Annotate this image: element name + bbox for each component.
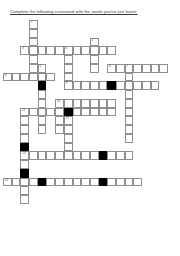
grid-empty-space bbox=[90, 134, 99, 143]
grid-empty-space bbox=[125, 160, 134, 169]
grid-empty-space bbox=[55, 134, 64, 143]
grid-empty-space bbox=[99, 20, 108, 29]
grid-empty-space bbox=[46, 125, 55, 134]
grid-empty-space bbox=[38, 55, 47, 64]
grid-empty-space bbox=[142, 186, 151, 195]
grid-empty-space bbox=[38, 186, 47, 195]
grid-empty-space bbox=[81, 143, 90, 152]
crossword-cell[interactable] bbox=[125, 134, 134, 143]
crossword-cell[interactable]: 11 bbox=[20, 108, 29, 117]
grid-empty-space bbox=[107, 38, 116, 47]
grid-empty-space bbox=[73, 134, 82, 143]
grid-empty-space bbox=[90, 29, 99, 38]
grid-empty-space bbox=[46, 20, 55, 29]
grid-empty-space bbox=[151, 160, 160, 169]
crossword-cell[interactable]: 13 bbox=[20, 151, 29, 160]
grid-empty-space bbox=[159, 108, 168, 117]
crossword-cell[interactable] bbox=[116, 151, 125, 160]
grid-empty-space bbox=[116, 90, 125, 99]
grid-empty-space bbox=[125, 186, 134, 195]
crossword-cell[interactable] bbox=[125, 73, 134, 82]
clue-number: 8 bbox=[5, 74, 7, 77]
crossword-cell[interactable] bbox=[107, 178, 116, 187]
crossword-cell[interactable] bbox=[64, 143, 73, 152]
grid-empty-space bbox=[73, 143, 82, 152]
crossword-cell[interactable] bbox=[125, 125, 134, 134]
crossword-cell[interactable] bbox=[125, 108, 134, 117]
grid-empty-space bbox=[107, 169, 116, 178]
crossword-cell[interactable] bbox=[159, 64, 168, 73]
crossword-cell[interactable] bbox=[125, 116, 134, 125]
grid-empty-space bbox=[46, 29, 55, 38]
crossword-cell[interactable] bbox=[81, 178, 90, 187]
grid-empty-space bbox=[142, 195, 151, 204]
grid-empty-space bbox=[133, 143, 142, 152]
grid-empty-space bbox=[3, 125, 12, 134]
crossword-cell[interactable] bbox=[29, 29, 38, 38]
crossword-cell[interactable] bbox=[20, 116, 29, 125]
crossword-cell[interactable] bbox=[46, 151, 55, 160]
grid-empty-space bbox=[29, 195, 38, 204]
crossword-cell[interactable] bbox=[90, 55, 99, 64]
grid-empty-space bbox=[29, 160, 38, 169]
grid-empty-space bbox=[46, 116, 55, 125]
crossword-cell[interactable] bbox=[29, 151, 38, 160]
crossword-cell[interactable] bbox=[64, 73, 73, 82]
grid-empty-space bbox=[107, 20, 116, 29]
crossword-black-cell bbox=[38, 81, 47, 90]
grid-empty-space bbox=[107, 143, 116, 152]
grid-empty-space bbox=[151, 38, 160, 47]
crossword-cell[interactable] bbox=[73, 151, 82, 160]
grid-empty-space bbox=[64, 160, 73, 169]
grid-empty-space bbox=[46, 169, 55, 178]
worksheet-instruction: Complete the following crossword with th… bbox=[10, 10, 134, 15]
grid-empty-space bbox=[159, 160, 168, 169]
grid-empty-space bbox=[64, 20, 73, 29]
grid-empty-space bbox=[116, 134, 125, 143]
grid-empty-space bbox=[3, 38, 12, 47]
grid-empty-space bbox=[107, 55, 116, 64]
grid-empty-space bbox=[81, 55, 90, 64]
crossword-cell[interactable]: 5 bbox=[38, 64, 47, 73]
crossword-cell[interactable] bbox=[125, 178, 134, 187]
grid-empty-space bbox=[20, 55, 29, 64]
grid-empty-space bbox=[133, 186, 142, 195]
crossword-cell[interactable] bbox=[64, 134, 73, 143]
crossword-cell[interactable] bbox=[55, 125, 64, 134]
crossword-cell[interactable] bbox=[99, 108, 108, 117]
crossword-cell[interactable] bbox=[99, 46, 108, 55]
grid-empty-space bbox=[55, 186, 64, 195]
crossword-cell[interactable] bbox=[107, 151, 116, 160]
crossword-cell[interactable]: 8 bbox=[3, 73, 12, 82]
grid-empty-space bbox=[12, 186, 21, 195]
grid-empty-space bbox=[90, 90, 99, 99]
grid-empty-space bbox=[12, 108, 21, 117]
grid-empty-space bbox=[133, 151, 142, 160]
grid-empty-space bbox=[64, 90, 73, 99]
grid-empty-space bbox=[116, 29, 125, 38]
grid-empty-space bbox=[29, 116, 38, 125]
grid-empty-space bbox=[159, 38, 168, 47]
grid-empty-space bbox=[38, 195, 47, 204]
grid-empty-space bbox=[151, 116, 160, 125]
grid-empty-space bbox=[29, 90, 38, 99]
grid-empty-space bbox=[73, 90, 82, 99]
crossword-cell[interactable] bbox=[64, 178, 73, 187]
grid-empty-space bbox=[142, 116, 151, 125]
crossword-black-cell bbox=[20, 143, 29, 152]
grid-empty-space bbox=[116, 116, 125, 125]
grid-empty-space bbox=[29, 186, 38, 195]
grid-empty-space bbox=[151, 55, 160, 64]
grid-empty-space bbox=[3, 90, 12, 99]
crossword-cell[interactable] bbox=[46, 108, 55, 117]
crossword-cell[interactable] bbox=[151, 64, 160, 73]
grid-empty-space bbox=[46, 195, 55, 204]
grid-empty-space bbox=[12, 90, 21, 99]
grid-empty-space bbox=[116, 108, 125, 117]
crossword-cell[interactable] bbox=[133, 81, 142, 90]
grid-empty-space bbox=[116, 73, 125, 82]
crossword-cell[interactable]: 7 bbox=[125, 64, 134, 73]
crossword-cell[interactable] bbox=[55, 178, 64, 187]
crossword-cell[interactable]: 6 bbox=[107, 64, 116, 73]
crossword-cell[interactable] bbox=[116, 178, 125, 187]
grid-empty-space bbox=[151, 73, 160, 82]
grid-empty-space bbox=[90, 116, 99, 125]
grid-empty-space bbox=[107, 73, 116, 82]
grid-empty-space bbox=[99, 55, 108, 64]
crossword-cell[interactable] bbox=[151, 81, 160, 90]
grid-empty-space bbox=[46, 90, 55, 99]
crossword-cell[interactable] bbox=[73, 178, 82, 187]
grid-empty-space bbox=[151, 99, 160, 108]
grid-empty-space bbox=[46, 160, 55, 169]
crossword-cell[interactable] bbox=[38, 99, 47, 108]
grid-empty-space bbox=[81, 20, 90, 29]
grid-empty-space bbox=[159, 99, 168, 108]
crossword-cell[interactable] bbox=[107, 108, 116, 117]
grid-empty-space bbox=[90, 73, 99, 82]
crossword-cell[interactable]: 3 bbox=[20, 46, 29, 55]
crossword-cell[interactable] bbox=[20, 134, 29, 143]
grid-empty-space bbox=[3, 64, 12, 73]
crossword-cell[interactable] bbox=[142, 64, 151, 73]
crossword-black-cell bbox=[64, 108, 73, 117]
grid-empty-space bbox=[46, 38, 55, 47]
crossword-cell[interactable] bbox=[20, 178, 29, 187]
crossword-black-cell bbox=[99, 151, 108, 160]
clue-number: 7 bbox=[126, 65, 128, 68]
grid-empty-space bbox=[142, 99, 151, 108]
grid-empty-space bbox=[29, 169, 38, 178]
grid-empty-space bbox=[12, 143, 21, 152]
grid-empty-space bbox=[107, 116, 116, 125]
crossword-cell[interactable] bbox=[90, 81, 99, 90]
crossword-cell[interactable] bbox=[90, 64, 99, 73]
grid-empty-space bbox=[12, 169, 21, 178]
crossword-cell[interactable] bbox=[38, 46, 47, 55]
grid-empty-space bbox=[12, 55, 21, 64]
grid-empty-space bbox=[159, 46, 168, 55]
grid-empty-space bbox=[81, 195, 90, 204]
grid-empty-space bbox=[12, 29, 21, 38]
crossword-cell[interactable] bbox=[99, 81, 108, 90]
crossword-cell[interactable] bbox=[81, 99, 90, 108]
grid-empty-space bbox=[151, 151, 160, 160]
crossword-cell[interactable] bbox=[38, 73, 47, 82]
grid-empty-space bbox=[159, 178, 168, 187]
crossword-cell[interactable] bbox=[73, 81, 82, 90]
crossword-cell[interactable] bbox=[64, 125, 73, 134]
grid-empty-space bbox=[90, 160, 99, 169]
grid-empty-space bbox=[38, 134, 47, 143]
grid-empty-space bbox=[55, 20, 64, 29]
crossword-cell[interactable]: 10 bbox=[55, 99, 64, 108]
grid-empty-space bbox=[3, 169, 12, 178]
crossword-cell[interactable] bbox=[29, 108, 38, 117]
clue-number: 13 bbox=[22, 152, 25, 155]
crossword-cell[interactable] bbox=[107, 99, 116, 108]
crossword-cell[interactable] bbox=[81, 81, 90, 90]
grid-empty-space bbox=[159, 116, 168, 125]
crossword-cell[interactable] bbox=[125, 81, 134, 90]
crossword-cell[interactable] bbox=[64, 151, 73, 160]
crossword-cell[interactable] bbox=[29, 46, 38, 55]
grid-empty-space bbox=[151, 20, 160, 29]
crossword-cell[interactable] bbox=[20, 73, 29, 82]
grid-empty-space bbox=[38, 38, 47, 47]
crossword-cell[interactable] bbox=[81, 108, 90, 117]
crossword-cell[interactable] bbox=[46, 46, 55, 55]
grid-empty-space bbox=[55, 55, 64, 64]
grid-empty-space bbox=[12, 20, 21, 29]
grid-empty-space bbox=[99, 29, 108, 38]
crossword-cell[interactable]: 1 bbox=[29, 20, 38, 29]
grid-empty-space bbox=[90, 143, 99, 152]
crossword-cell[interactable]: 2 bbox=[90, 38, 99, 47]
grid-empty-space bbox=[159, 29, 168, 38]
crossword-cell[interactable] bbox=[55, 46, 64, 55]
crossword-cell[interactable] bbox=[90, 99, 99, 108]
clue-number: 3 bbox=[22, 47, 24, 50]
grid-empty-space bbox=[3, 160, 12, 169]
grid-empty-space bbox=[99, 125, 108, 134]
grid-empty-space bbox=[38, 169, 47, 178]
grid-empty-space bbox=[73, 64, 82, 73]
grid-empty-space bbox=[107, 125, 116, 134]
grid-empty-space bbox=[55, 73, 64, 82]
crossword-cell[interactable] bbox=[46, 178, 55, 187]
grid-empty-space bbox=[38, 29, 47, 38]
crossword-cell[interactable] bbox=[20, 160, 29, 169]
grid-empty-space bbox=[81, 160, 90, 169]
grid-empty-space bbox=[151, 46, 160, 55]
grid-empty-space bbox=[151, 125, 160, 134]
grid-empty-space bbox=[73, 20, 82, 29]
grid-empty-space bbox=[159, 169, 168, 178]
grid-empty-space bbox=[46, 99, 55, 108]
crossword-cell[interactable] bbox=[116, 81, 125, 90]
crossword-cell[interactable]: 4 bbox=[64, 46, 73, 55]
crossword-cell[interactable] bbox=[90, 151, 99, 160]
grid-empty-space bbox=[90, 20, 99, 29]
crossword-cell[interactable] bbox=[29, 64, 38, 73]
grid-empty-space bbox=[142, 151, 151, 160]
crossword-cell[interactable] bbox=[29, 73, 38, 82]
grid-empty-space bbox=[133, 125, 142, 134]
crossword-cell[interactable] bbox=[64, 99, 73, 108]
grid-empty-space bbox=[142, 20, 151, 29]
grid-empty-space bbox=[125, 169, 134, 178]
grid-empty-space bbox=[38, 143, 47, 152]
crossword-cell[interactable] bbox=[107, 46, 116, 55]
crossword-cell[interactable] bbox=[29, 178, 38, 187]
grid-empty-space bbox=[55, 81, 64, 90]
crossword-cell[interactable] bbox=[12, 178, 21, 187]
grid-empty-space bbox=[133, 46, 142, 55]
grid-empty-space bbox=[125, 29, 134, 38]
grid-empty-space bbox=[99, 169, 108, 178]
crossword-cell[interactable] bbox=[64, 64, 73, 73]
crossword-cell[interactable] bbox=[125, 90, 134, 99]
grid-empty-space bbox=[46, 143, 55, 152]
crossword-cell[interactable] bbox=[90, 46, 99, 55]
grid-empty-space bbox=[159, 55, 168, 64]
crossword-cell[interactable]: 9 bbox=[64, 81, 73, 90]
grid-empty-space bbox=[55, 160, 64, 169]
grid-empty-space bbox=[142, 90, 151, 99]
grid-empty-space bbox=[3, 81, 12, 90]
crossword-black-cell bbox=[20, 169, 29, 178]
grid-empty-space bbox=[12, 46, 21, 55]
crossword-cell[interactable] bbox=[73, 108, 82, 117]
crossword-cell[interactable] bbox=[38, 116, 47, 125]
grid-empty-space bbox=[12, 134, 21, 143]
grid-empty-space bbox=[12, 195, 21, 204]
grid-empty-space bbox=[81, 125, 90, 134]
grid-empty-space bbox=[133, 99, 142, 108]
crossword-cell[interactable] bbox=[90, 108, 99, 117]
grid-empty-space bbox=[64, 38, 73, 47]
grid-empty-space bbox=[29, 81, 38, 90]
grid-empty-space bbox=[3, 134, 12, 143]
crossword-cell[interactable] bbox=[12, 73, 21, 82]
grid-empty-space bbox=[99, 38, 108, 47]
crossword-cell[interactable] bbox=[29, 38, 38, 47]
clue-number: 9 bbox=[66, 82, 68, 85]
grid-empty-space bbox=[116, 20, 125, 29]
crossword-grid: 1234567891011121314 bbox=[3, 20, 168, 204]
grid-empty-space bbox=[12, 125, 21, 134]
grid-empty-space bbox=[107, 195, 116, 204]
grid-empty-space bbox=[73, 38, 82, 47]
crossword-cell[interactable] bbox=[73, 99, 82, 108]
crossword-cell[interactable] bbox=[55, 116, 64, 125]
crossword-cell[interactable] bbox=[133, 64, 142, 73]
grid-empty-space bbox=[73, 160, 82, 169]
grid-empty-space bbox=[3, 55, 12, 64]
grid-empty-space bbox=[151, 195, 160, 204]
crossword-cell[interactable] bbox=[125, 99, 134, 108]
crossword-cell[interactable] bbox=[116, 64, 125, 73]
grid-empty-space bbox=[99, 116, 108, 125]
crossword-cell[interactable] bbox=[55, 151, 64, 160]
grid-empty-space bbox=[81, 64, 90, 73]
grid-empty-space bbox=[12, 64, 21, 73]
grid-empty-space bbox=[142, 143, 151, 152]
grid-empty-space bbox=[151, 186, 160, 195]
grid-empty-space bbox=[116, 38, 125, 47]
crossword-cell[interactable] bbox=[20, 186, 29, 195]
crossword-cell[interactable] bbox=[81, 151, 90, 160]
crossword-cell[interactable] bbox=[64, 55, 73, 64]
crossword-cell[interactable] bbox=[90, 178, 99, 187]
grid-empty-space bbox=[73, 195, 82, 204]
crossword-cell[interactable] bbox=[125, 151, 134, 160]
grid-empty-space bbox=[142, 160, 151, 169]
grid-empty-space bbox=[12, 160, 21, 169]
clue-number: 11 bbox=[22, 109, 25, 112]
grid-empty-space bbox=[125, 46, 134, 55]
grid-empty-space bbox=[107, 29, 116, 38]
grid-empty-space bbox=[133, 169, 142, 178]
grid-empty-space bbox=[151, 29, 160, 38]
grid-empty-space bbox=[142, 169, 151, 178]
grid-empty-space bbox=[133, 90, 142, 99]
crossword-cell[interactable] bbox=[20, 125, 29, 134]
crossword-cell[interactable]: 12 bbox=[64, 116, 73, 125]
crossword-cell[interactable] bbox=[38, 125, 47, 134]
crossword-cell[interactable] bbox=[142, 81, 151, 90]
grid-empty-space bbox=[81, 134, 90, 143]
grid-empty-space bbox=[81, 169, 90, 178]
crossword-cell[interactable] bbox=[73, 46, 82, 55]
grid-empty-space bbox=[142, 46, 151, 55]
crossword-cell[interactable] bbox=[133, 178, 142, 187]
crossword-cell[interactable] bbox=[29, 55, 38, 64]
grid-empty-space bbox=[55, 29, 64, 38]
grid-empty-space bbox=[99, 134, 108, 143]
crossword-cell[interactable] bbox=[38, 151, 47, 160]
crossword-cell[interactable] bbox=[81, 46, 90, 55]
grid-empty-space bbox=[81, 73, 90, 82]
grid-empty-space bbox=[99, 64, 108, 73]
crossword-cell[interactable] bbox=[99, 99, 108, 108]
clue-number: 2 bbox=[92, 39, 94, 42]
crossword-cell[interactable] bbox=[38, 90, 47, 99]
crossword-cell[interactable] bbox=[55, 108, 64, 117]
grid-empty-space bbox=[116, 125, 125, 134]
grid-empty-space bbox=[55, 169, 64, 178]
crossword-cell[interactable] bbox=[46, 73, 55, 82]
grid-empty-space bbox=[116, 46, 125, 55]
grid-empty-space bbox=[116, 55, 125, 64]
grid-empty-space bbox=[55, 143, 64, 152]
clue-number: 5 bbox=[39, 65, 41, 68]
grid-empty-space bbox=[3, 186, 12, 195]
crossword-cell[interactable]: 14 bbox=[3, 178, 12, 187]
grid-empty-space bbox=[107, 134, 116, 143]
grid-empty-space bbox=[116, 160, 125, 169]
grid-empty-space bbox=[116, 99, 125, 108]
grid-empty-space bbox=[133, 108, 142, 117]
crossword-cell[interactable] bbox=[38, 108, 47, 117]
crossword-cell[interactable] bbox=[20, 195, 29, 204]
grid-empty-space bbox=[133, 55, 142, 64]
